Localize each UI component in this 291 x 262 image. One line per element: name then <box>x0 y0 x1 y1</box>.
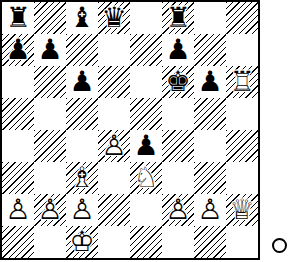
white-pawn[interactable]: ♙ <box>162 194 194 226</box>
square-e8[interactable] <box>130 2 162 34</box>
square-g2[interactable]: ♟♙ <box>194 194 226 226</box>
white-pawn[interactable]: ♙ <box>98 130 130 162</box>
square-a1[interactable] <box>2 226 34 258</box>
square-c3[interactable]: ♝♗ <box>66 162 98 194</box>
square-g6[interactable]: ♟♟ <box>194 66 226 98</box>
square-e5[interactable] <box>130 98 162 130</box>
square-f5[interactable] <box>162 98 194 130</box>
square-e6[interactable] <box>130 66 162 98</box>
black-pawn[interactable]: ♟ <box>66 66 98 98</box>
white-to-move-indicator <box>272 238 287 253</box>
square-c7[interactable] <box>66 34 98 66</box>
square-d4[interactable]: ♟♙ <box>98 130 130 162</box>
square-b3[interactable] <box>34 162 66 194</box>
square-e3[interactable]: ♞♘ <box>130 162 162 194</box>
black-queen[interactable]: ♛ <box>98 2 130 34</box>
black-pawn[interactable]: ♟ <box>130 130 162 162</box>
square-h2[interactable]: ♛♕ <box>226 194 258 226</box>
square-b4[interactable] <box>34 130 66 162</box>
white-knight[interactable]: ♘ <box>130 162 162 194</box>
square-f1[interactable] <box>162 226 194 258</box>
white-rook[interactable]: ♖ <box>226 66 258 98</box>
square-a2[interactable]: ♟♙ <box>2 194 34 226</box>
square-g8[interactable] <box>194 2 226 34</box>
square-a7[interactable]: ♟♟ <box>2 34 34 66</box>
square-b8[interactable] <box>34 2 66 34</box>
square-e2[interactable] <box>130 194 162 226</box>
square-a6[interactable] <box>2 66 34 98</box>
square-a5[interactable] <box>2 98 34 130</box>
square-e4[interactable]: ♟♟ <box>130 130 162 162</box>
square-h1[interactable] <box>226 226 258 258</box>
square-a8[interactable]: ♜♜ <box>2 2 34 34</box>
square-c6[interactable]: ♟♟ <box>66 66 98 98</box>
white-bishop[interactable]: ♗ <box>66 162 98 194</box>
white-pawn[interactable]: ♙ <box>2 194 34 226</box>
square-c2[interactable]: ♟♙ <box>66 194 98 226</box>
black-pawn[interactable]: ♟ <box>162 34 194 66</box>
square-b1[interactable] <box>34 226 66 258</box>
square-d5[interactable] <box>98 98 130 130</box>
square-d7[interactable] <box>98 34 130 66</box>
black-king[interactable]: ♚ <box>162 66 194 98</box>
square-f8[interactable]: ♜♜ <box>162 2 194 34</box>
square-b7[interactable]: ♟♟ <box>34 34 66 66</box>
square-h7[interactable] <box>226 34 258 66</box>
square-e1[interactable] <box>130 226 162 258</box>
square-h5[interactable] <box>226 98 258 130</box>
white-queen[interactable]: ♕ <box>226 194 258 226</box>
square-d8[interactable]: ♛♛ <box>98 2 130 34</box>
square-a3[interactable] <box>2 162 34 194</box>
square-g4[interactable] <box>194 130 226 162</box>
square-a4[interactable] <box>2 130 34 162</box>
white-king[interactable]: ♔ <box>66 226 98 258</box>
square-f2[interactable]: ♟♙ <box>162 194 194 226</box>
white-pawn[interactable]: ♙ <box>34 194 66 226</box>
square-d1[interactable] <box>98 226 130 258</box>
square-d6[interactable] <box>98 66 130 98</box>
square-f3[interactable] <box>162 162 194 194</box>
square-b6[interactable] <box>34 66 66 98</box>
white-pawn[interactable]: ♙ <box>194 194 226 226</box>
square-f6[interactable]: ♚♚ <box>162 66 194 98</box>
square-b2[interactable]: ♟♙ <box>34 194 66 226</box>
square-g7[interactable] <box>194 34 226 66</box>
black-pawn[interactable]: ♟ <box>34 34 66 66</box>
square-h8[interactable] <box>226 2 258 34</box>
chess-diagram: ♜♜♝♝♛♛♜♜♟♟♟♟♟♟♟♟♚♚♟♟♜♖♟♙♟♟♝♗♞♘♟♙♟♙♟♙♟♙♟♙… <box>0 0 291 262</box>
square-c4[interactable] <box>66 130 98 162</box>
square-c1[interactable]: ♚♔ <box>66 226 98 258</box>
square-h4[interactable] <box>226 130 258 162</box>
square-b5[interactable] <box>34 98 66 130</box>
square-d3[interactable] <box>98 162 130 194</box>
square-f7[interactable]: ♟♟ <box>162 34 194 66</box>
square-c5[interactable] <box>66 98 98 130</box>
square-c8[interactable]: ♝♝ <box>66 2 98 34</box>
square-g1[interactable] <box>194 226 226 258</box>
square-g5[interactable] <box>194 98 226 130</box>
black-rook[interactable]: ♜ <box>2 2 34 34</box>
black-rook[interactable]: ♜ <box>162 2 194 34</box>
square-g3[interactable] <box>194 162 226 194</box>
black-pawn[interactable]: ♟ <box>194 66 226 98</box>
white-pawn[interactable]: ♙ <box>66 194 98 226</box>
square-d2[interactable] <box>98 194 130 226</box>
square-h6[interactable]: ♜♖ <box>226 66 258 98</box>
black-pawn[interactable]: ♟ <box>2 34 34 66</box>
black-bishop[interactable]: ♝ <box>66 2 98 34</box>
chess-board: ♜♜♝♝♛♛♜♜♟♟♟♟♟♟♟♟♚♚♟♟♜♖♟♙♟♟♝♗♞♘♟♙♟♙♟♙♟♙♟♙… <box>0 0 260 260</box>
square-f4[interactable] <box>162 130 194 162</box>
square-h3[interactable] <box>226 162 258 194</box>
square-e7[interactable] <box>130 34 162 66</box>
